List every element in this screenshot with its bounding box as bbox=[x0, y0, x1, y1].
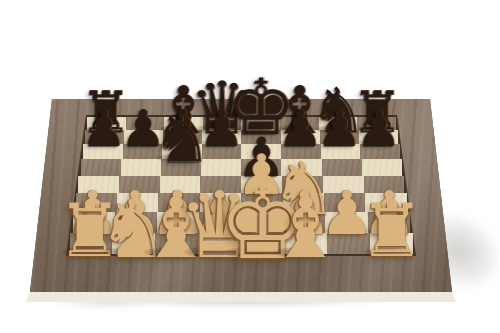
piece-white-R-h1: ♜ bbox=[359, 198, 425, 264]
pieces-layer: ♜♝♛♚♝♞♜♟♟♟♟♟♟♟♞♟♟♞♟♟♟♟♟♟♟♜♞♝♛♚♝♜ bbox=[0, 0, 500, 333]
chessboard-photo: ♜♝♛♚♝♞♜♟♟♟♟♟♟♟♞♟♟♞♟♟♟♟♟♟♟♜♞♝♛♚♝♜ bbox=[0, 0, 500, 333]
piece-white-B-f1: ♝ bbox=[268, 191, 343, 266]
piece-black-P-h7: ♟ bbox=[356, 105, 401, 151]
piece-black-N-c6: ♞ bbox=[152, 109, 211, 169]
